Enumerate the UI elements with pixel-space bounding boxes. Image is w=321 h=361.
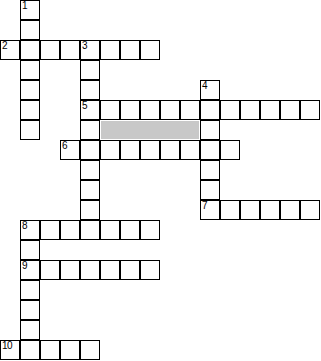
cell-number: 9 [22, 261, 27, 271]
grid-cell[interactable]: 5 [80, 100, 100, 120]
grid-cell[interactable] [140, 220, 160, 240]
grid-cell[interactable] [20, 280, 40, 300]
grid-cell[interactable] [80, 260, 100, 280]
grid-cell[interactable] [100, 220, 120, 240]
grid-cell[interactable] [240, 200, 260, 220]
grid-cell[interactable] [120, 220, 140, 240]
grid-cell[interactable] [100, 100, 120, 120]
grid-cell[interactable] [200, 100, 220, 120]
cell-number: 3 [82, 41, 87, 51]
grid-cell[interactable] [200, 160, 220, 180]
grid-cell[interactable] [40, 40, 60, 60]
grid-cell[interactable] [20, 340, 40, 360]
grid-cell[interactable] [240, 100, 260, 120]
grid-cell[interactable] [120, 260, 140, 280]
grid-cell[interactable] [80, 200, 100, 220]
grid-cell[interactable] [20, 300, 40, 320]
grid-cell[interactable] [280, 100, 300, 120]
grid-cell[interactable] [220, 200, 240, 220]
crossword-board: 12345678910 [0, 0, 321, 361]
grid-cell[interactable] [80, 60, 100, 80]
cell-number: 7 [202, 201, 207, 211]
grid-cell[interactable]: 3 [80, 40, 100, 60]
grid-cell[interactable] [140, 260, 160, 280]
grid-cell[interactable] [100, 40, 120, 60]
grid-cell[interactable] [20, 60, 40, 80]
grid-cell[interactable] [280, 200, 300, 220]
cell-number: 6 [62, 141, 67, 151]
cell-number: 2 [2, 41, 7, 51]
grid-cell[interactable] [120, 40, 140, 60]
grid-cell[interactable] [80, 220, 100, 240]
grid-cell[interactable] [140, 40, 160, 60]
grid-cell[interactable] [140, 100, 160, 120]
cell-number: 10 [2, 341, 12, 351]
grid-cell[interactable] [60, 260, 80, 280]
grid-cell[interactable] [200, 140, 220, 160]
grid-cell[interactable] [20, 240, 40, 260]
grid-cell[interactable]: 9 [20, 260, 40, 280]
grid-cell[interactable] [20, 20, 40, 40]
grid-cell[interactable] [300, 100, 320, 120]
grid-cell[interactable] [200, 120, 220, 140]
cell-number: 1 [22, 1, 27, 11]
cell-number: 4 [202, 81, 207, 91]
grid-cell[interactable] [40, 340, 60, 360]
grid-cell[interactable] [60, 40, 80, 60]
grid-cell[interactable] [180, 100, 200, 120]
grid-cell[interactable] [20, 80, 40, 100]
grid-cell[interactable] [60, 340, 80, 360]
grid-cell[interactable] [100, 140, 120, 160]
grid-cell[interactable] [220, 140, 240, 160]
grid-cell[interactable] [160, 100, 180, 120]
grid-cell[interactable] [40, 220, 60, 240]
grid-cell[interactable] [220, 100, 240, 120]
grid-cell[interactable]: 10 [0, 340, 20, 360]
grid-cell[interactable] [20, 120, 40, 140]
grid-cell[interactable] [40, 260, 60, 280]
grid-cell[interactable]: 7 [200, 200, 220, 220]
cell-number: 5 [82, 101, 87, 111]
grid-cell[interactable]: 2 [0, 40, 20, 60]
grid-cell[interactable] [260, 100, 280, 120]
grid-cell[interactable] [140, 140, 160, 160]
grid-cell[interactable] [20, 40, 40, 60]
grid-cell[interactable] [20, 100, 40, 120]
grid-cell[interactable] [120, 140, 140, 160]
grid-cell[interactable] [60, 220, 80, 240]
grid-cell[interactable] [200, 180, 220, 200]
grid-cell[interactable]: 4 [200, 80, 220, 100]
grid-cell[interactable] [120, 100, 140, 120]
grid-cell[interactable]: 8 [20, 220, 40, 240]
grid-cell[interactable]: 6 [60, 140, 80, 160]
grid-cell[interactable] [20, 320, 40, 340]
grid-cell[interactable] [160, 140, 180, 160]
grid-cell[interactable] [80, 140, 100, 160]
grid-cell[interactable] [80, 160, 100, 180]
grid-cell[interactable] [80, 180, 100, 200]
grid-cell[interactable] [260, 200, 280, 220]
grid-cell[interactable]: 1 [20, 0, 40, 20]
cell-number: 8 [22, 221, 27, 231]
shaded-region [101, 121, 199, 139]
grid-cell[interactable] [180, 140, 200, 160]
grid-cell[interactable] [80, 80, 100, 100]
grid-cell[interactable] [80, 340, 100, 360]
grid-cell[interactable] [300, 200, 320, 220]
grid-cell[interactable] [80, 120, 100, 140]
grid-cell[interactable] [100, 260, 120, 280]
